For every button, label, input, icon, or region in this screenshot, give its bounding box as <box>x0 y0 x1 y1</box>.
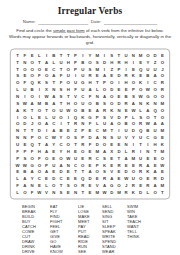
grid-cell-r13c2[interactable]: N <box>21 134 28 141</box>
grid-cell-r5c1[interactable]: O <box>14 79 21 86</box>
grid-cell-r2c2[interactable]: N <box>21 59 28 66</box>
grid-cell-r21c10[interactable]: T <box>79 189 86 196</box>
grid-cell-r20c3[interactable]: N <box>28 182 35 189</box>
grid-cell-r13c16[interactable]: V <box>123 134 130 141</box>
grid-cell-r18c10[interactable]: T <box>79 168 86 175</box>
grid-cell-r16c15[interactable]: T <box>115 155 122 162</box>
grid-cell-r1c13[interactable]: I <box>101 52 108 59</box>
grid-cell-r20c4[interactable]: E <box>36 182 43 189</box>
grid-cell-r3c1[interactable]: T <box>14 66 21 73</box>
grid-cell-r7c13[interactable]: A <box>101 93 108 100</box>
grid-cell-r20c19[interactable]: R <box>144 182 151 189</box>
grid-cell-r12c16[interactable]: U <box>123 127 130 134</box>
grid-cell-r19c5[interactable]: E <box>43 175 50 182</box>
grid-cell-r15c14[interactable]: X <box>108 148 115 155</box>
grid-cell-r17c14[interactable]: E <box>108 162 115 169</box>
grid-cell-r6c21[interactable]: R <box>159 86 166 93</box>
grid-cell-r19c3[interactable]: Y <box>28 175 35 182</box>
grid-cell-r4c16[interactable]: R <box>123 72 130 79</box>
grid-cell-r19c15[interactable]: E <box>115 175 122 182</box>
grid-cell-r8c9[interactable]: O <box>72 100 79 107</box>
grid-cell-r16c4[interactable]: F <box>36 155 43 162</box>
grid-cell-r10c18[interactable]: S <box>137 114 144 121</box>
grid-cell-r7c5[interactable]: W <box>43 93 50 100</box>
grid-cell-r6c17[interactable]: P <box>130 86 137 93</box>
grid-cell-r1c15[interactable]: T <box>115 52 122 59</box>
grid-cell-r19c7[interactable]: C <box>57 175 64 182</box>
grid-cell-r13c3[interactable]: P <box>28 134 35 141</box>
grid-cell-r10c4[interactable]: E <box>36 114 43 121</box>
grid-cell-r17c21[interactable]: W <box>159 162 166 169</box>
grid-cell-r1c17[interactable]: N <box>130 52 137 59</box>
grid-cell-r8c17[interactable]: A <box>130 100 137 107</box>
grid-cell-r15c2[interactable]: P <box>21 148 28 155</box>
grid-cell-r9c2[interactable]: K <box>21 107 28 114</box>
grid-cell-r10c5[interactable]: L <box>43 114 50 121</box>
grid-cell-r18c17[interactable]: O <box>130 168 137 175</box>
grid-cell-r3c17[interactable]: E <box>130 66 137 73</box>
grid-cell-r12c6[interactable]: A <box>50 127 57 134</box>
grid-cell-r14c16[interactable]: N <box>123 141 130 148</box>
grid-cell-r19c6[interactable]: D <box>50 175 57 182</box>
grid-cell-r12c20[interactable]: U <box>152 127 159 134</box>
grid-cell-r15c21[interactable]: M <box>159 148 166 155</box>
grid-cell-r18c21[interactable]: E <box>159 168 166 175</box>
grid-cell-r2c18[interactable]: E <box>137 59 144 66</box>
grid-cell-r7c19[interactable]: G <box>144 93 151 100</box>
grid-cell-r17c15[interactable]: R <box>115 162 122 169</box>
grid-cell-r10c20[interactable]: T <box>152 114 159 121</box>
grid-cell-r21c11[interactable]: E <box>86 189 93 196</box>
grid-cell-r5c17[interactable]: O <box>130 79 137 86</box>
grid-cell-r17c4[interactable]: O <box>36 162 43 169</box>
grid-cell-r20c21[interactable]: M <box>159 182 166 189</box>
grid-cell-r4c4[interactable]: F <box>36 72 43 79</box>
grid-cell-r9c7[interactable]: U <box>57 107 64 114</box>
grid-cell-r18c13[interactable]: S <box>101 168 108 175</box>
grid-cell-r20c5[interactable]: L <box>43 182 50 189</box>
grid-cell-r9c5[interactable]: T <box>43 107 50 114</box>
date-blank-line[interactable] <box>104 19 157 24</box>
grid-cell-r20c1[interactable]: F <box>14 182 21 189</box>
grid-cell-r5c8[interactable]: O <box>65 79 72 86</box>
grid-cell-r5c20[interactable]: C <box>152 79 159 86</box>
grid-cell-r14c8[interactable]: O <box>65 141 72 148</box>
grid-cell-r20c2[interactable]: A <box>21 182 28 189</box>
grid-cell-r15c3[interactable]: F <box>28 148 35 155</box>
grid-cell-r3c4[interactable]: O <box>36 66 43 73</box>
grid-cell-r6c18[interactable]: O <box>137 86 144 93</box>
grid-cell-r2c5[interactable]: A <box>43 59 50 66</box>
grid-cell-r1c4[interactable]: L <box>36 52 43 59</box>
grid-cell-r17c18[interactable]: R <box>137 162 144 169</box>
grid-cell-r14c18[interactable]: T <box>137 141 144 148</box>
grid-cell-r16c13[interactable]: S <box>101 155 108 162</box>
grid-cell-r11c18[interactable]: R <box>137 120 144 127</box>
grid-cell-r21c19[interactable]: L <box>144 189 151 196</box>
grid-cell-r18c14[interactable]: V <box>108 168 115 175</box>
grid-cell-r14c4[interactable]: T <box>36 141 43 148</box>
grid-cell-r4c18[interactable]: E <box>137 72 144 79</box>
grid-cell-r21c13[interactable]: W <box>101 189 108 196</box>
grid-cell-r21c14[interactable]: D <box>108 189 115 196</box>
grid-cell-r18c1[interactable]: E <box>14 168 21 175</box>
grid-cell-r13c17[interactable]: Y <box>130 134 137 141</box>
grid-cell-r14c3[interactable]: Q <box>28 141 35 148</box>
grid-cell-r1c9[interactable]: P <box>72 52 79 59</box>
grid-cell-r15c18[interactable]: I <box>137 148 144 155</box>
grid-cell-r13c7[interactable]: Y <box>57 134 64 141</box>
grid-cell-r5c5[interactable]: S <box>43 79 50 86</box>
grid-cell-r21c21[interactable]: T <box>159 189 166 196</box>
grid-cell-r4c10[interactable]: U <box>79 72 86 79</box>
grid-cell-r2c16[interactable]: H <box>123 59 130 66</box>
grid-cell-r13c15[interactable]: U <box>115 134 122 141</box>
grid-cell-r4c6[interactable]: A <box>50 72 57 79</box>
grid-cell-r18c9[interactable]: T <box>72 168 79 175</box>
grid-cell-r1c2[interactable]: F <box>21 52 28 59</box>
grid-cell-r5c9[interactable]: U <box>72 79 79 86</box>
grid-cell-r4c5[interactable]: O <box>43 72 50 79</box>
grid-cell-r16c5[interactable]: O <box>43 155 50 162</box>
grid-cell-r12c4[interactable]: D <box>36 127 43 134</box>
grid-cell-r19c2[interactable]: A <box>21 175 28 182</box>
grid-cell-r5c21[interactable]: R <box>159 79 166 86</box>
grid-cell-r14c17[interactable]: I <box>130 141 137 148</box>
grid-cell-r12c19[interactable]: B <box>144 127 151 134</box>
grid-cell-r14c12[interactable]: D <box>94 141 101 148</box>
grid-cell-r8c5[interactable]: B <box>43 100 50 107</box>
grid-cell-r4c3[interactable]: O <box>28 72 35 79</box>
grid-cell-r10c1[interactable]: I <box>14 114 21 121</box>
grid-cell-r13c6[interactable]: W <box>50 134 57 141</box>
grid-cell-r21c15[interactable]: M <box>115 189 122 196</box>
grid-cell-r16c20[interactable]: E <box>152 155 159 162</box>
grid-cell-r8c20[interactable]: N <box>152 100 159 107</box>
grid-cell-r12c9[interactable]: Z <box>72 127 79 134</box>
grid-cell-r4c2[interactable]: E <box>21 72 28 79</box>
grid-cell-r12c13[interactable]: M <box>101 127 108 134</box>
grid-cell-r9c12[interactable]: A <box>94 107 101 114</box>
grid-cell-r13c9[interactable]: S <box>72 134 79 141</box>
grid-cell-r12c1[interactable]: N <box>14 127 21 134</box>
grid-cell-r3c8[interactable]: O <box>65 66 72 73</box>
grid-cell-r17c10[interactable]: O <box>79 162 86 169</box>
grid-cell-r18c11[interactable]: A <box>86 168 93 175</box>
grid-cell-r2c21[interactable]: O <box>159 59 166 66</box>
grid-cell-r3c7[interactable]: T <box>57 66 64 73</box>
grid-cell-r13c1[interactable]: N <box>14 134 21 141</box>
grid-cell-r12c15[interactable]: I <box>115 127 122 134</box>
grid-cell-r4c15[interactable]: D <box>115 72 122 79</box>
grid-cell-r20c10[interactable]: R <box>79 182 86 189</box>
grid-cell-r1c14[interactable]: S <box>108 52 115 59</box>
grid-cell-r5c10[interactable]: G <box>79 79 86 86</box>
grid-cell-r14c1[interactable]: U <box>14 141 21 148</box>
grid-cell-r15c8[interactable]: H <box>65 148 72 155</box>
grid-cell-r4c14[interactable]: E <box>108 72 115 79</box>
grid-cell-r9c21[interactable]: O <box>159 107 166 114</box>
grid-cell-r14c21[interactable]: K <box>159 141 166 148</box>
grid-cell-r8c21[interactable]: M <box>159 100 166 107</box>
grid-cell-r11c1[interactable]: O <box>14 120 21 127</box>
grid-cell-r1c20[interactable]: D <box>152 52 159 59</box>
grid-cell-r15c15[interactable]: D <box>115 148 122 155</box>
grid-cell-r4c21[interactable]: O <box>159 72 166 79</box>
grid-cell-r18c2[interactable]: B <box>21 168 28 175</box>
grid-cell-r17c12[interactable]: P <box>94 162 101 169</box>
grid-cell-r3c14[interactable]: Z <box>108 66 115 73</box>
grid-cell-r21c12[interactable]: M <box>94 189 101 196</box>
grid-cell-r11c9[interactable]: R <box>72 120 79 127</box>
grid-cell-r16c11[interactable]: R <box>86 155 93 162</box>
grid-cell-r11c12[interactable]: L <box>94 120 101 127</box>
grid-cell-r1c8[interactable]: T <box>65 52 72 59</box>
grid-cell-r10c13[interactable]: S <box>101 114 108 121</box>
grid-cell-r4c11[interactable]: R <box>86 72 93 79</box>
grid-cell-r3c21[interactable]: J <box>159 66 166 73</box>
grid-cell-r17c7[interactable]: A <box>57 162 64 169</box>
grid-cell-r14c10[interactable]: R <box>79 141 86 148</box>
grid-cell-r14c2[interactable]: E <box>21 141 28 148</box>
grid-cell-r5c11[interactable]: H <box>86 79 93 86</box>
grid-cell-r12c21[interactable]: M <box>159 127 166 134</box>
grid-cell-r15c12[interactable]: M <box>94 148 101 155</box>
grid-cell-r19c10[interactable]: Q <box>79 175 86 182</box>
grid-cell-r3c20[interactable]: U <box>152 66 159 73</box>
grid-cell-r5c13[interactable]: P <box>101 79 108 86</box>
grid-cell-r6c9[interactable]: F <box>72 86 79 93</box>
grid-cell-r17c11[interactable]: E <box>86 162 93 169</box>
grid-cell-r3c16[interactable]: I <box>123 66 130 73</box>
grid-cell-r1c21[interactable]: E <box>159 52 166 59</box>
grid-cell-r6c6[interactable]: N <box>50 86 57 93</box>
grid-cell-r13c14[interactable]: S <box>108 134 115 141</box>
grid-cell-r2c7[interactable]: U <box>57 59 64 66</box>
grid-cell-r8c2[interactable]: W <box>21 100 28 107</box>
grid-cell-r19c14[interactable]: A <box>108 175 115 182</box>
grid-cell-r2c17[interactable]: I <box>130 59 137 66</box>
grid-cell-r19c21[interactable]: D <box>159 175 166 182</box>
grid-cell-r20c14[interactable]: G <box>108 182 115 189</box>
grid-cell-r13c13[interactable]: N <box>101 134 108 141</box>
grid-cell-r9c17[interactable]: W <box>130 107 137 114</box>
grid-cell-r12c3[interactable]: T <box>28 127 35 134</box>
grid-cell-r11c14[interactable]: A <box>108 120 115 127</box>
grid-cell-r10c7[interactable]: O <box>57 114 64 121</box>
grid-cell-r12c10[interactable]: P <box>79 127 86 134</box>
grid-cell-r10c15[interactable]: D <box>115 114 122 121</box>
grid-cell-r9c4[interactable]: O <box>36 107 43 114</box>
grid-cell-r13c20[interactable]: G <box>152 134 159 141</box>
grid-cell-r6c14[interactable]: D <box>108 86 115 93</box>
grid-cell-r5c7[interactable]: F <box>57 79 64 86</box>
grid-cell-r9c14[interactable]: K <box>108 107 115 114</box>
grid-cell-r19c16[interactable]: W <box>123 175 130 182</box>
grid-cell-r3c19[interactable]: U <box>144 66 151 73</box>
grid-cell-r19c17[interactable]: U <box>130 175 137 182</box>
grid-cell-r14c14[interactable]: E <box>108 141 115 148</box>
grid-cell-r3c2[interactable]: O <box>21 66 28 73</box>
grid-cell-r1c6[interactable]: B <box>50 52 57 59</box>
grid-cell-r4c17[interactable]: K <box>130 72 137 79</box>
grid-cell-r9c1[interactable]: A <box>14 107 21 114</box>
grid-cell-r15c20[interactable]: T <box>152 148 159 155</box>
grid-cell-r21c5[interactable]: V <box>43 189 50 196</box>
grid-cell-r18c8[interactable]: E <box>65 168 72 175</box>
grid-cell-r19c20[interactable]: R <box>152 175 159 182</box>
grid-cell-r18c5[interactable]: A <box>43 168 50 175</box>
grid-cell-r8c10[interactable]: U <box>79 100 86 107</box>
grid-cell-r21c17[interactable]: K <box>130 189 137 196</box>
grid-cell-r16c9[interactable]: U <box>72 155 79 162</box>
grid-cell-r20c13[interactable]: A <box>101 182 108 189</box>
grid-cell-r4c1[interactable]: S <box>14 72 21 79</box>
grid-cell-r10c9[interactable]: Q <box>72 114 79 121</box>
grid-cell-r9c6[interactable]: O <box>50 107 57 114</box>
grid-cell-r19c18[interactable]: O <box>137 175 144 182</box>
grid-cell-r6c8[interactable]: H <box>65 86 72 93</box>
grid-cell-r18c16[interactable]: D <box>123 168 130 175</box>
grid-cell-r16c7[interactable]: O <box>57 155 64 162</box>
grid-cell-r5c3[interactable]: Q <box>28 79 35 86</box>
grid-cell-r17c16[interactable]: E <box>123 162 130 169</box>
grid-cell-r18c18[interactable]: R <box>137 168 144 175</box>
grid-cell-r2c15[interactable]: R <box>115 59 122 66</box>
grid-cell-r1c3[interactable]: E <box>28 52 35 59</box>
grid-cell-r2c14[interactable]: H <box>108 59 115 66</box>
grid-cell-r9c18[interactable]: L <box>137 107 144 114</box>
grid-cell-r20c8[interactable]: S <box>65 182 72 189</box>
grid-cell-r14c5[interactable]: A <box>43 141 50 148</box>
grid-cell-r10c8[interactable]: I <box>65 114 72 121</box>
grid-cell-r16c18[interactable]: U <box>137 155 144 162</box>
grid-cell-r21c2[interactable]: O <box>21 189 28 196</box>
grid-cell-r7c2[interactable]: I <box>21 93 28 100</box>
grid-cell-r5c19[interactable]: I <box>144 79 151 86</box>
grid-cell-r20c11[interactable]: E <box>86 182 93 189</box>
grid-cell-r12c11[interactable]: E <box>86 127 93 134</box>
grid-cell-r18c12[interactable]: O <box>94 168 101 175</box>
grid-cell-r3c6[interactable]: C <box>50 66 57 73</box>
grid-cell-r6c10[interactable]: U <box>79 86 86 93</box>
grid-cell-r14c15[interactable]: E <box>115 141 122 148</box>
grid-cell-r6c1[interactable]: L <box>14 86 21 93</box>
grid-cell-r11c8[interactable]: T <box>65 120 72 127</box>
grid-cell-r1c12[interactable]: M <box>94 52 101 59</box>
grid-cell-r13c19[interactable]: C <box>144 134 151 141</box>
grid-cell-r15c4[interactable]: H <box>36 148 43 155</box>
grid-cell-r9c10[interactable]: B <box>79 107 86 114</box>
grid-cell-r18c20[interactable]: A <box>152 168 159 175</box>
grid-cell-r9c16[interactable]: E <box>123 107 130 114</box>
grid-cell-r5c15[interactable]: I <box>115 79 122 86</box>
grid-cell-r6c11[interactable]: A <box>86 86 93 93</box>
grid-cell-r9c15[interactable]: N <box>115 107 122 114</box>
grid-cell-r4c19[interactable]: B <box>144 72 151 79</box>
grid-cell-r4c20[interactable]: A <box>152 72 159 79</box>
grid-cell-r19c13[interactable]: R <box>101 175 108 182</box>
grid-cell-r16c8[interactable]: W <box>65 155 72 162</box>
grid-cell-r13c18[interactable]: U <box>137 134 144 141</box>
grid-cell-r17c1[interactable]: W <box>14 162 21 169</box>
grid-cell-r17c6[interactable]: U <box>50 162 57 169</box>
grid-cell-r21c8[interactable]: E <box>65 189 72 196</box>
grid-cell-r5c18[interactable]: K <box>137 79 144 86</box>
grid-cell-r18c3[interactable]: A <box>28 168 35 175</box>
grid-cell-r4c8[interactable]: U <box>65 72 72 79</box>
grid-cell-r8c19[interactable]: K <box>144 100 151 107</box>
grid-cell-r20c15[interactable]: O <box>115 182 122 189</box>
grid-cell-r13c4[interactable]: O <box>36 134 43 141</box>
grid-cell-r4c12[interactable]: E <box>94 72 101 79</box>
grid-cell-r19c9[interactable]: E <box>72 175 79 182</box>
grid-cell-r9c3[interactable]: T <box>28 107 35 114</box>
grid-cell-r11c17[interactable]: O <box>130 120 137 127</box>
grid-cell-r19c1[interactable]: L <box>14 175 21 182</box>
grid-cell-r18c6[interactable]: E <box>50 168 57 175</box>
grid-cell-r14c19[interactable]: I <box>144 141 151 148</box>
grid-cell-r17c5[interactable]: P <box>43 162 50 169</box>
grid-cell-r8c16[interactable]: R <box>123 100 130 107</box>
grid-cell-r18c19[interactable]: K <box>144 168 151 175</box>
grid-cell-r7c16[interactable]: B <box>123 93 130 100</box>
grid-cell-r20c9[interactable]: O <box>72 182 79 189</box>
grid-cell-r8c12[interactable]: B <box>94 100 101 107</box>
grid-cell-r12c17[interactable]: D <box>130 127 137 134</box>
grid-cell-r21c20[interactable]: O <box>152 189 159 196</box>
grid-cell-r21c18[interactable]: D <box>137 189 144 196</box>
grid-cell-r8c1[interactable]: S <box>14 100 21 107</box>
grid-cell-r13c12[interactable]: A <box>94 134 101 141</box>
grid-cell-r9c11[interactable]: E <box>86 107 93 114</box>
grid-cell-r2c3[interactable]: O <box>28 59 35 66</box>
grid-cell-r16c14[interactable]: E <box>108 155 115 162</box>
grid-cell-r4c7[interactable]: F <box>57 72 64 79</box>
grid-cell-r14c13[interactable]: O <box>101 141 108 148</box>
grid-cell-r7c3[interactable]: O <box>28 93 35 100</box>
grid-cell-r11c6[interactable]: C <box>50 120 57 127</box>
grid-cell-r7c10[interactable]: C <box>79 93 86 100</box>
grid-cell-r20c16[interactable]: J <box>123 182 130 189</box>
grid-cell-r10c3[interactable]: L <box>28 114 35 121</box>
grid-cell-r17c20[interactable]: E <box>152 162 159 169</box>
grid-cell-r19c19[interactable]: E <box>144 175 151 182</box>
grid-cell-r12c5[interactable]: I <box>43 127 50 134</box>
grid-cell-r7c17[interactable]: S <box>130 93 137 100</box>
grid-cell-r21c4[interactable]: W <box>36 189 43 196</box>
grid-cell-r10c11[interactable]: G <box>86 114 93 121</box>
grid-cell-r10c17[interactable]: L <box>130 114 137 121</box>
grid-cell-r12c7[interactable]: B <box>57 127 64 134</box>
grid-cell-r3c13[interactable]: I <box>101 66 108 73</box>
grid-cell-r2c1[interactable]: T <box>14 59 21 66</box>
grid-cell-r20c7[interactable]: T <box>57 182 64 189</box>
grid-cell-r6c3[interactable]: B <box>28 86 35 93</box>
grid-cell-r16c17[interactable]: M <box>130 155 137 162</box>
grid-cell-r15c11[interactable]: E <box>86 148 93 155</box>
grid-cell-r7c18[interactable]: W <box>137 93 144 100</box>
grid-cell-r6c20[interactable]: O <box>152 86 159 93</box>
grid-cell-r10c16[interactable]: P <box>123 114 130 121</box>
grid-cell-r8c3[interactable]: A <box>28 100 35 107</box>
grid-cell-r3c11[interactable]: S <box>86 66 93 73</box>
grid-cell-r11c21[interactable]: A <box>159 120 166 127</box>
grid-cell-r5c12[interactable]: T <box>94 79 101 86</box>
grid-cell-r2c9[interactable]: P <box>72 59 79 66</box>
grid-cell-r7c21[interactable]: O <box>159 93 166 100</box>
grid-cell-r15c16[interactable]: L <box>123 148 130 155</box>
